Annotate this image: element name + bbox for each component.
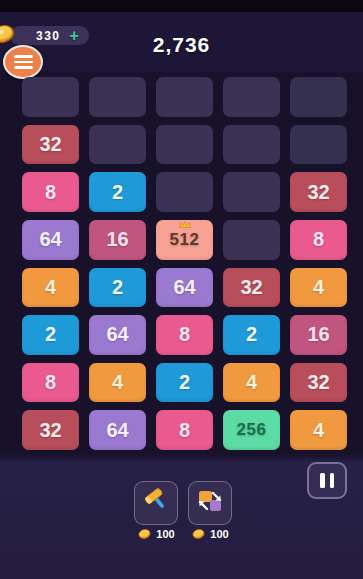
hammer-cost-value: 100 — [156, 528, 174, 540]
tile-32[interactable]: 32 — [223, 268, 280, 308]
pause-button[interactable] — [307, 462, 347, 499]
board-cell-r2c4[interactable] — [223, 125, 280, 165]
board-cell-r4c1[interactable]: 64 — [22, 220, 79, 260]
gold-coin-icon — [137, 528, 152, 540]
board-cell-r8c3[interactable]: 8 — [156, 410, 213, 450]
board-cell-r3c4[interactable] — [223, 172, 280, 212]
tile-4[interactable]: 4 — [290, 410, 347, 450]
board-cell-r2c3[interactable] — [156, 125, 213, 165]
game-screen: 330 + 2,736 3282326416512842643242648216… — [0, 0, 363, 579]
board-cell-r1c3[interactable] — [156, 77, 213, 117]
board-cell-r4c3[interactable]: 512 — [156, 220, 213, 260]
board-cell-r8c2[interactable]: 64 — [89, 410, 146, 450]
tile-32[interactable]: 32 — [22, 410, 79, 450]
board-cell-r7c2[interactable]: 4 — [89, 363, 146, 403]
board-cell-r6c3[interactable]: 8 — [156, 315, 213, 355]
board-cell-r1c1[interactable] — [22, 77, 79, 117]
swap-cost-value: 100 — [210, 528, 228, 540]
hammer-powerup-button[interactable] — [134, 481, 178, 525]
board-cell-r8c4[interactable]: 256 — [223, 410, 280, 450]
hamburger-icon — [14, 55, 33, 58]
board-cell-r1c4[interactable] — [223, 77, 280, 117]
tile-8[interactable]: 8 — [290, 220, 347, 260]
tile-64[interactable]: 64 — [22, 220, 79, 260]
board-cell-r2c5[interactable] — [290, 125, 347, 165]
score-value: 2,736 — [0, 33, 363, 57]
board-cell-r5c5[interactable]: 4 — [290, 268, 347, 308]
hammer-icon — [142, 487, 170, 519]
board-cell-r2c2[interactable] — [89, 125, 146, 165]
tile-2[interactable]: 2 — [89, 268, 146, 308]
tile-8[interactable]: 8 — [22, 172, 79, 212]
tile-32[interactable]: 32 — [22, 125, 79, 165]
tile-8[interactable]: 8 — [22, 363, 79, 403]
board-cell-r1c5[interactable] — [290, 77, 347, 117]
tile-64[interactable]: 64 — [89, 315, 146, 355]
tile-8[interactable]: 8 — [156, 315, 213, 355]
tile-2[interactable]: 2 — [22, 315, 79, 355]
board-cell-r4c5[interactable]: 8 — [290, 220, 347, 260]
board-cell-r6c5[interactable]: 16 — [290, 315, 347, 355]
board-cell-r3c5[interactable]: 32 — [290, 172, 347, 212]
board-cell-r5c3[interactable]: 64 — [156, 268, 213, 308]
board-cell-r3c1[interactable]: 8 — [22, 172, 79, 212]
board-cell-r3c3[interactable] — [156, 172, 213, 212]
tile-2[interactable]: 2 — [156, 363, 213, 403]
tile-16[interactable]: 16 — [89, 220, 146, 260]
tile-16[interactable]: 16 — [290, 315, 347, 355]
board-cell-r8c1[interactable]: 32 — [22, 410, 79, 450]
board-cell-r5c1[interactable]: 4 — [22, 268, 79, 308]
board-cell-r3c2[interactable]: 2 — [89, 172, 146, 212]
board-cell-r4c2[interactable]: 16 — [89, 220, 146, 260]
board-cell-r8c5[interactable]: 4 — [290, 410, 347, 450]
gold-coin-icon — [191, 528, 206, 540]
tile-32[interactable]: 32 — [290, 172, 347, 212]
tile-4[interactable]: 4 — [223, 363, 280, 403]
board-cell-r7c5[interactable]: 32 — [290, 363, 347, 403]
tile-4[interactable]: 4 — [22, 268, 79, 308]
swap-powerup-button[interactable] — [188, 481, 232, 525]
board-cell-r5c4[interactable]: 32 — [223, 268, 280, 308]
board-cell-r7c1[interactable]: 8 — [22, 363, 79, 403]
swap-cost: 100 — [184, 528, 236, 540]
pause-icon — [320, 473, 325, 488]
board-cell-r6c4[interactable]: 2 — [223, 315, 280, 355]
board-cell-r5c2[interactable]: 2 — [89, 268, 146, 308]
tile-8[interactable]: 8 — [156, 410, 213, 450]
menu-button[interactable] — [3, 45, 43, 79]
board-cell-r7c4[interactable]: 4 — [223, 363, 280, 403]
tile-2[interactable]: 2 — [223, 315, 280, 355]
board-cell-r6c1[interactable]: 2 — [22, 315, 79, 355]
tile-4[interactable]: 4 — [89, 363, 146, 403]
board-grid: 3282326416512842643242648216842432326482… — [22, 77, 347, 450]
status-bar — [0, 0, 363, 12]
tile-256[interactable]: 256 — [223, 410, 280, 450]
tile-512[interactable]: 512 — [156, 220, 213, 260]
tile-64[interactable]: 64 — [89, 410, 146, 450]
board-cell-r2c1[interactable]: 32 — [22, 125, 79, 165]
hammer-cost: 100 — [130, 528, 182, 540]
board-cell-r7c3[interactable]: 2 — [156, 363, 213, 403]
board-cell-r6c2[interactable]: 64 — [89, 315, 146, 355]
tile-32[interactable]: 32 — [290, 363, 347, 403]
tile-64[interactable]: 64 — [156, 268, 213, 308]
tile-4[interactable]: 4 — [290, 268, 347, 308]
tile-2[interactable]: 2 — [89, 172, 146, 212]
board-cell-r1c2[interactable] — [89, 77, 146, 117]
board-cell-r4c4[interactable] — [223, 220, 280, 260]
swap-tiles-icon — [196, 487, 224, 519]
crown-icon — [178, 220, 191, 229]
